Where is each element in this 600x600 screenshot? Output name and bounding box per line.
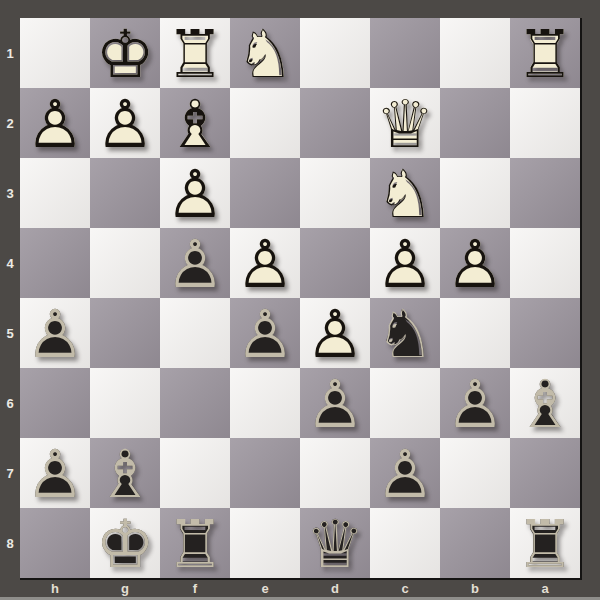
piece-glyph-line: ♙ — [20, 300, 90, 370]
piece-glyph-line: ♗ — [160, 90, 230, 160]
square-e1[interactable]: ♞♘ — [230, 18, 300, 88]
piece-black-bishop[interactable]: ♝♗ — [510, 368, 580, 438]
piece-glyph-line: ♘ — [370, 300, 440, 370]
piece-glyph-fill: ♜ — [510, 20, 580, 90]
square-a4[interactable] — [510, 228, 580, 298]
piece-black-bishop[interactable]: ♝♗ — [90, 438, 160, 508]
square-d8[interactable]: ♛♕ — [300, 508, 370, 578]
square-f8[interactable]: ♜♖ — [160, 508, 230, 578]
square-f5[interactable] — [160, 298, 230, 368]
piece-glyph-line: ♙ — [20, 440, 90, 510]
square-e3[interactable] — [230, 158, 300, 228]
square-f6[interactable] — [160, 368, 230, 438]
square-d7[interactable] — [300, 438, 370, 508]
piece-glyph-fill: ♞ — [370, 300, 440, 370]
piece-glyph-fill: ♟ — [90, 90, 160, 160]
piece-glyph-fill: ♜ — [160, 20, 230, 90]
piece-glyph-fill: ♟ — [160, 230, 230, 300]
square-f2[interactable]: ♝♗ — [160, 88, 230, 158]
square-h6[interactable] — [20, 368, 90, 438]
piece-glyph-line: ♙ — [370, 440, 440, 510]
square-b7[interactable] — [440, 438, 510, 508]
square-d6[interactable]: ♟♙ — [300, 368, 370, 438]
square-b8[interactable] — [440, 508, 510, 578]
piece-glyph-line: ♖ — [510, 510, 580, 580]
square-b5[interactable] — [440, 298, 510, 368]
piece-glyph-fill: ♟ — [20, 90, 90, 160]
square-g3[interactable] — [90, 158, 160, 228]
piece-white-knight[interactable]: ♞♘ — [370, 158, 440, 228]
file-label-c: c — [370, 580, 440, 597]
file-label-h: h — [20, 580, 90, 597]
square-b2[interactable] — [440, 88, 510, 158]
square-a6[interactable]: ♝♗ — [510, 368, 580, 438]
square-d5[interactable]: ♟♙ — [300, 298, 370, 368]
piece-glyph-fill: ♟ — [20, 300, 90, 370]
piece-glyph-line: ♙ — [160, 230, 230, 300]
piece-black-pawn[interactable]: ♟♙ — [300, 368, 370, 438]
square-g4[interactable] — [90, 228, 160, 298]
square-d3[interactable] — [300, 158, 370, 228]
file-label-a: a — [510, 580, 580, 597]
piece-black-pawn[interactable]: ♟♙ — [440, 368, 510, 438]
square-h2[interactable]: ♟♙ — [20, 88, 90, 158]
piece-glyph-line: ♔ — [90, 20, 160, 90]
square-c5[interactable]: ♞♘ — [370, 298, 440, 368]
square-f7[interactable] — [160, 438, 230, 508]
piece-white-pawn[interactable]: ♟♙ — [20, 88, 90, 158]
file-labels: hgfedcba — [20, 580, 580, 597]
piece-glyph-line: ♙ — [370, 230, 440, 300]
piece-glyph-fill: ♟ — [230, 300, 300, 370]
file-label-e: e — [230, 580, 300, 597]
piece-glyph-fill: ♟ — [440, 370, 510, 440]
square-g2[interactable]: ♟♙ — [90, 88, 160, 158]
square-a1[interactable]: ♜♖ — [510, 18, 580, 88]
square-h4[interactable] — [20, 228, 90, 298]
piece-glyph-fill: ♚ — [90, 20, 160, 90]
piece-glyph-fill: ♝ — [160, 90, 230, 160]
rank-label-3: 3 — [0, 158, 20, 228]
rank-label-5: 5 — [0, 298, 20, 368]
square-a2[interactable] — [510, 88, 580, 158]
piece-glyph-line: ♙ — [20, 90, 90, 160]
rank-labels: 12345678 — [0, 18, 20, 578]
square-h3[interactable] — [20, 158, 90, 228]
square-c8[interactable] — [370, 508, 440, 578]
file-label-d: d — [300, 580, 370, 597]
piece-white-knight[interactable]: ♞♘ — [230, 18, 300, 88]
piece-black-pawn[interactable]: ♟♙ — [370, 438, 440, 508]
piece-black-pawn[interactable]: ♟♙ — [160, 228, 230, 298]
piece-white-pawn[interactable]: ♟♙ — [230, 228, 300, 298]
file-label-b: b — [440, 580, 510, 597]
piece-white-queen[interactable]: ♛♕ — [370, 88, 440, 158]
piece-glyph-line: ♕ — [300, 510, 370, 580]
piece-black-rook[interactable]: ♜♖ — [160, 508, 230, 578]
square-a7[interactable] — [510, 438, 580, 508]
piece-white-pawn[interactable]: ♟♙ — [440, 228, 510, 298]
piece-glyph-fill: ♜ — [510, 510, 580, 580]
square-a8[interactable]: ♜♖ — [510, 508, 580, 578]
piece-glyph-fill: ♟ — [20, 440, 90, 510]
piece-glyph-line: ♙ — [300, 300, 370, 370]
piece-glyph-line: ♙ — [300, 370, 370, 440]
square-e4[interactable]: ♟♙ — [230, 228, 300, 298]
square-h7[interactable]: ♟♙ — [20, 438, 90, 508]
piece-glyph-line: ♖ — [510, 20, 580, 90]
piece-white-pawn[interactable]: ♟♙ — [300, 298, 370, 368]
square-e2[interactable] — [230, 88, 300, 158]
piece-glyph-fill: ♞ — [230, 20, 300, 90]
piece-glyph-line: ♙ — [440, 370, 510, 440]
piece-white-king[interactable]: ♚♔ — [90, 18, 160, 88]
piece-glyph-line: ♙ — [90, 90, 160, 160]
piece-glyph-line: ♘ — [230, 20, 300, 90]
piece-white-pawn[interactable]: ♟♙ — [370, 228, 440, 298]
piece-glyph-fill: ♟ — [160, 160, 230, 230]
piece-glyph-line: ♗ — [510, 370, 580, 440]
piece-glyph-fill: ♝ — [90, 440, 160, 510]
square-e7[interactable] — [230, 438, 300, 508]
piece-glyph-fill: ♜ — [160, 510, 230, 580]
piece-white-rook[interactable]: ♜♖ — [160, 18, 230, 88]
piece-glyph-fill: ♛ — [300, 510, 370, 580]
piece-glyph-fill: ♟ — [300, 300, 370, 370]
rank-label-1: 1 — [0, 18, 20, 88]
file-label-f: f — [160, 580, 230, 597]
square-h1[interactable] — [20, 18, 90, 88]
square-g5[interactable] — [90, 298, 160, 368]
piece-glyph-line: ♖ — [160, 510, 230, 580]
square-g8[interactable]: ♚♔ — [90, 508, 160, 578]
square-d2[interactable] — [300, 88, 370, 158]
piece-glyph-fill: ♝ — [510, 370, 580, 440]
piece-black-pawn[interactable]: ♟♙ — [230, 298, 300, 368]
square-f3[interactable]: ♟♙ — [160, 158, 230, 228]
square-d4[interactable] — [300, 228, 370, 298]
piece-black-pawn[interactable]: ♟♙ — [20, 298, 90, 368]
square-b4[interactable]: ♟♙ — [440, 228, 510, 298]
square-f1[interactable]: ♜♖ — [160, 18, 230, 88]
square-e8[interactable] — [230, 508, 300, 578]
piece-glyph-fill: ♟ — [370, 440, 440, 510]
piece-glyph-line: ♙ — [440, 230, 510, 300]
piece-glyph-line: ♙ — [160, 160, 230, 230]
piece-glyph-line: ♖ — [160, 20, 230, 90]
chess-board-frame: 12345678 ♚♔♜♖♞♘♜♖♟♙♟♙♝♗♛♕♟♙♞♘♟♙♟♙♟♙♟♙♟♙♟… — [0, 0, 600, 600]
piece-glyph-line: ♙ — [230, 230, 300, 300]
piece-glyph-fill: ♟ — [230, 230, 300, 300]
piece-glyph-fill: ♟ — [440, 230, 510, 300]
square-f4[interactable]: ♟♙ — [160, 228, 230, 298]
piece-white-bishop[interactable]: ♝♗ — [160, 88, 230, 158]
piece-white-pawn[interactable]: ♟♙ — [160, 158, 230, 228]
square-c2[interactable]: ♛♕ — [370, 88, 440, 158]
piece-black-pawn[interactable]: ♟♙ — [20, 438, 90, 508]
file-label-g: g — [90, 580, 160, 597]
rank-label-7: 7 — [0, 438, 20, 508]
piece-white-rook[interactable]: ♜♖ — [510, 18, 580, 88]
piece-black-rook[interactable]: ♜♖ — [510, 508, 580, 578]
square-h8[interactable] — [20, 508, 90, 578]
piece-glyph-fill: ♛ — [370, 90, 440, 160]
rank-label-8: 8 — [0, 508, 20, 578]
square-c3[interactable]: ♞♘ — [370, 158, 440, 228]
piece-glyph-line: ♕ — [370, 90, 440, 160]
piece-black-king[interactable]: ♚♔ — [90, 508, 160, 578]
square-b1[interactable] — [440, 18, 510, 88]
square-g1[interactable]: ♚♔ — [90, 18, 160, 88]
square-a5[interactable] — [510, 298, 580, 368]
square-d1[interactable] — [300, 18, 370, 88]
square-b6[interactable]: ♟♙ — [440, 368, 510, 438]
piece-glyph-fill: ♟ — [300, 370, 370, 440]
piece-black-queen[interactable]: ♛♕ — [300, 508, 370, 578]
piece-glyph-line: ♗ — [90, 440, 160, 510]
chess-board: ♚♔♜♖♞♘♜♖♟♙♟♙♝♗♛♕♟♙♞♘♟♙♟♙♟♙♟♙♟♙♟♙♟♙♞♘♟♙♟♙… — [20, 18, 582, 580]
square-c6[interactable] — [370, 368, 440, 438]
rank-label-4: 4 — [0, 228, 20, 298]
rank-label-6: 6 — [0, 368, 20, 438]
square-b3[interactable] — [440, 158, 510, 228]
piece-glyph-fill: ♚ — [90, 510, 160, 580]
piece-glyph-fill: ♞ — [370, 160, 440, 230]
piece-glyph-fill: ♟ — [370, 230, 440, 300]
square-g7[interactable]: ♝♗ — [90, 438, 160, 508]
piece-glyph-line: ♙ — [230, 300, 300, 370]
square-e5[interactable]: ♟♙ — [230, 298, 300, 368]
square-h5[interactable]: ♟♙ — [20, 298, 90, 368]
piece-glyph-line: ♘ — [370, 160, 440, 230]
rank-label-2: 2 — [0, 88, 20, 158]
piece-black-knight[interactable]: ♞♘ — [370, 298, 440, 368]
square-e6[interactable] — [230, 368, 300, 438]
square-c7[interactable]: ♟♙ — [370, 438, 440, 508]
piece-white-pawn[interactable]: ♟♙ — [90, 88, 160, 158]
piece-glyph-line: ♔ — [90, 510, 160, 580]
square-g6[interactable] — [90, 368, 160, 438]
square-c4[interactable]: ♟♙ — [370, 228, 440, 298]
square-a3[interactable] — [510, 158, 580, 228]
square-c1[interactable] — [370, 18, 440, 88]
